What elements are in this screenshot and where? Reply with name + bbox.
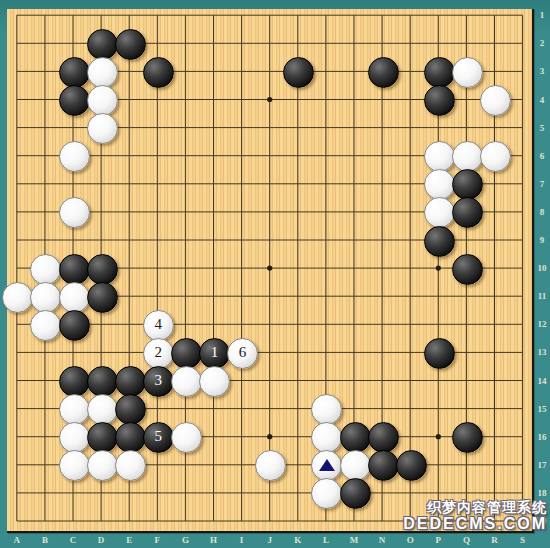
row-label-5: 5	[535, 123, 549, 133]
row-label-12: 12	[535, 319, 549, 329]
col-label-D: D	[93, 535, 109, 545]
stone-white	[199, 366, 230, 397]
row-label-6: 6	[535, 151, 549, 161]
col-label-E: E	[121, 535, 137, 545]
row-label-17: 17	[535, 460, 549, 470]
stone-black	[452, 169, 483, 200]
stone-black-move-3: 3	[143, 366, 174, 397]
stone-white	[30, 282, 61, 313]
stone-black	[424, 85, 455, 116]
stone-white	[87, 57, 118, 88]
stone-white	[87, 85, 118, 116]
stone-white	[424, 197, 455, 228]
col-label-J: J	[262, 535, 278, 545]
stone-black	[452, 422, 483, 453]
stone-white	[2, 282, 33, 313]
row-label-9: 9	[535, 235, 549, 245]
stone-black	[87, 422, 118, 453]
col-label-F: F	[149, 535, 165, 545]
stone-black	[143, 57, 174, 88]
row-label-18: 18	[535, 488, 549, 498]
row-label-13: 13	[535, 347, 549, 357]
row-label-15: 15	[535, 404, 549, 414]
watermark: 织梦内容管理系统 DEDECMS.COM	[403, 501, 547, 532]
row-label-1: 1	[535, 10, 549, 20]
stone-black	[87, 254, 118, 285]
col-label-L: L	[318, 535, 334, 545]
stone-black	[424, 338, 455, 369]
col-label-H: H	[206, 535, 222, 545]
stone-white	[115, 450, 146, 481]
col-label-O: O	[402, 535, 418, 545]
col-label-G: G	[177, 535, 193, 545]
row-label-10: 10	[535, 263, 549, 273]
stone-white	[452, 141, 483, 172]
move-number: 4	[155, 317, 163, 332]
col-label-I: I	[234, 535, 250, 545]
row-label-8: 8	[535, 207, 549, 217]
stone-white	[424, 169, 455, 200]
goban-frame: 421635 ABCDEFGHIJKLMNOPQRS12345678910111…	[0, 0, 550, 548]
stone-white	[59, 450, 90, 481]
col-label-Q: Q	[458, 535, 474, 545]
row-label-3: 3	[535, 66, 549, 76]
stone-black	[368, 450, 399, 481]
col-label-A: A	[9, 535, 25, 545]
stone-black	[424, 226, 455, 257]
stone-black	[115, 394, 146, 425]
col-label-S: S	[515, 535, 531, 545]
row-label-4: 4	[535, 95, 549, 105]
stone-black	[283, 57, 314, 88]
stone-black-move-1: 1	[199, 338, 230, 369]
stone-white	[452, 57, 483, 88]
move-number: 5	[155, 429, 163, 444]
stone-white	[30, 254, 61, 285]
stone-white-move-4: 4	[143, 310, 174, 341]
watermark-line2: DEDECMS.COM	[403, 516, 547, 533]
stone-white	[30, 310, 61, 341]
move-number: 3	[155, 373, 163, 388]
stone-black	[59, 57, 90, 88]
move-number: 6	[239, 345, 247, 360]
watermark-line1: 织梦内容管理系统	[403, 501, 547, 516]
stone-white	[171, 422, 202, 453]
col-label-M: M	[346, 535, 362, 545]
triangle-marker-icon	[319, 459, 335, 471]
stone-white	[480, 141, 511, 172]
row-label-16: 16	[535, 432, 549, 442]
stone-white	[480, 85, 511, 116]
stone-white-move-2: 2	[143, 338, 174, 369]
stone-black	[368, 57, 399, 88]
stone-white	[59, 422, 90, 453]
stone-white	[340, 450, 371, 481]
stone-black	[59, 310, 90, 341]
col-label-K: K	[290, 535, 306, 545]
stone-white-move-6: 6	[227, 338, 258, 369]
stone-white	[424, 141, 455, 172]
col-label-R: R	[487, 535, 503, 545]
stone-black	[87, 366, 118, 397]
stone-white	[59, 282, 90, 313]
col-label-B: B	[37, 535, 53, 545]
stone-white	[87, 113, 118, 144]
stone-white	[59, 197, 90, 228]
stone-black	[115, 366, 146, 397]
stone-black	[424, 57, 455, 88]
col-label-P: P	[430, 535, 446, 545]
stone-white	[171, 366, 202, 397]
stone-black	[452, 254, 483, 285]
stone-black	[396, 450, 427, 481]
stone-white	[59, 394, 90, 425]
row-label-2: 2	[535, 38, 549, 48]
stone-black	[59, 85, 90, 116]
move-number: 2	[155, 345, 163, 360]
stone-black	[115, 29, 146, 60]
stone-black	[368, 422, 399, 453]
stone-black	[59, 366, 90, 397]
stone-white	[59, 141, 90, 172]
stone-black	[59, 254, 90, 285]
row-label-14: 14	[535, 376, 549, 386]
move-number: 1	[211, 345, 219, 360]
col-label-C: C	[65, 535, 81, 545]
stone-black	[87, 282, 118, 313]
stone-black	[115, 422, 146, 453]
stone-black	[87, 29, 118, 60]
row-label-11: 11	[535, 291, 549, 301]
stone-black-move-5: 5	[143, 422, 174, 453]
stone-black	[171, 338, 202, 369]
stone-white	[87, 394, 118, 425]
stone-white	[87, 450, 118, 481]
row-label-7: 7	[535, 179, 549, 189]
stone-black	[340, 478, 371, 509]
col-label-N: N	[374, 535, 390, 545]
stone-black	[340, 422, 371, 453]
